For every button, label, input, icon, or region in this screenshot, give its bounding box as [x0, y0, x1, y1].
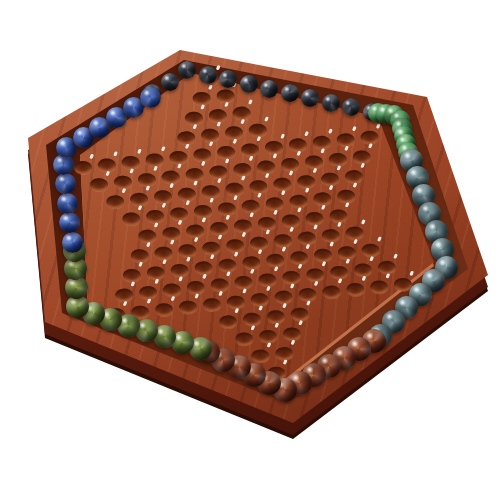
marble-black[interactable] — [240, 75, 258, 93]
marble-black[interactable] — [281, 84, 299, 102]
marble-black[interactable] — [161, 73, 179, 91]
marble-cobalt-blue[interactable] — [59, 212, 80, 233]
marble-black[interactable] — [301, 89, 319, 107]
marble-cobalt-blue[interactable] — [57, 193, 78, 214]
marble-cobalt-blue[interactable] — [62, 232, 83, 253]
marble-black[interactable] — [199, 66, 217, 84]
marble-cobalt-blue[interactable] — [140, 87, 161, 108]
marble-black[interactable] — [178, 61, 196, 79]
marble-black[interactable] — [322, 94, 340, 112]
marble-black[interactable] — [342, 98, 360, 116]
tray-marbles — [0, 0, 500, 500]
chinese-checkers-scene — [0, 0, 500, 500]
marble-black[interactable] — [219, 70, 237, 88]
marble-cobalt-blue[interactable] — [55, 173, 76, 194]
marble-black[interactable] — [260, 80, 278, 98]
